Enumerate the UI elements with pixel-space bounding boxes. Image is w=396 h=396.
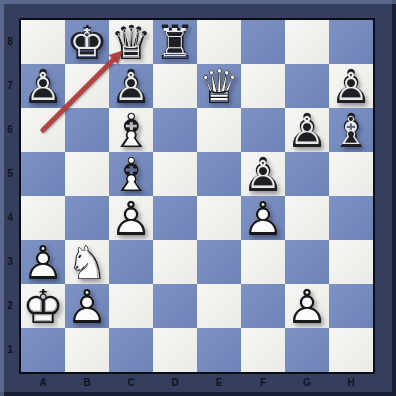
square-f3[interactable] [241,240,285,284]
file-label-G: G [285,373,329,392]
square-a3[interactable]: ♟♙ [21,240,65,284]
black-bishop-glyph-outline: ♗ [333,112,369,148]
square-f5[interactable]: ♟♙ [241,152,285,196]
black-rook-glyph-outline: ♖ [157,24,193,60]
white-pawn-glyph-fill: ♟ [241,196,285,240]
piece-black-pawn[interactable]: ♟♙ [21,64,65,108]
white-pawn-glyph-outline: ♙ [21,240,65,284]
square-b4[interactable] [65,196,109,240]
file-label-D: D [153,373,197,392]
square-b5[interactable] [65,152,109,196]
square-c7[interactable]: ♟♙ [109,64,153,108]
square-e8[interactable] [197,20,241,64]
square-h7[interactable]: ♟♙ [329,64,373,108]
black-pawn-glyph-outline: ♙ [245,156,281,192]
piece-white-pawn[interactable]: ♟♙ [21,240,65,284]
rank-labels: 87654321 [3,20,17,372]
square-a4[interactable] [21,196,65,240]
square-a7[interactable]: ♟♙ [21,64,65,108]
square-f7[interactable] [241,64,285,108]
square-c3[interactable] [109,240,153,284]
square-d4[interactable] [153,196,197,240]
square-h3[interactable] [329,240,373,284]
square-a2[interactable]: ♚♔ [21,284,65,328]
piece-white-pawn[interactable]: ♟♙ [285,284,329,328]
white-queen-glyph-fill: ♛ [197,64,241,108]
square-c6[interactable]: ♝♗ [109,108,153,152]
square-g7[interactable] [285,64,329,108]
square-d5[interactable] [153,152,197,196]
black-queen-glyph-fill: ♛ [109,20,153,64]
square-e5[interactable] [197,152,241,196]
black-bishop-glyph-fill: ♝ [329,108,373,152]
file-label-B: B [65,373,109,392]
white-pawn-glyph-fill: ♟ [109,196,153,240]
board-grid: ♚♔♛♕♜♖♟♙♟♙♛♕♟♙♝♗♟♙♝♗♝♗♟♙♟♙♟♙♟♙♞♘♚♔♟♙♟♙ [21,20,373,372]
piece-white-bishop[interactable]: ♝♗ [109,152,153,196]
square-a8[interactable] [21,20,65,64]
square-h5[interactable] [329,152,373,196]
black-pawn-glyph-outline: ♙ [113,68,149,104]
white-bishop-glyph-outline: ♗ [109,108,153,152]
square-h2[interactable] [329,284,373,328]
file-label-F: F [241,373,285,392]
white-queen-glyph-outline: ♕ [197,64,241,108]
square-a5[interactable] [21,152,65,196]
square-f6[interactable] [241,108,285,152]
square-h4[interactable] [329,196,373,240]
square-d7[interactable] [153,64,197,108]
piece-white-king[interactable]: ♚♔ [21,284,65,328]
white-bishop-glyph-fill: ♝ [109,152,153,196]
square-g1[interactable] [285,328,329,372]
square-e4[interactable] [197,196,241,240]
file-label-E: E [197,373,241,392]
rank-label-5: 5 [3,152,17,196]
black-pawn-glyph-outline: ♙ [333,68,369,104]
rank-label-4: 4 [3,196,17,240]
square-d8[interactable]: ♜♖ [153,20,197,64]
piece-black-bishop[interactable]: ♝♗ [329,108,373,152]
piece-black-pawn[interactable]: ♟♙ [241,152,285,196]
rank-label-2: 2 [3,284,17,328]
file-label-C: C [109,373,153,392]
square-c2[interactable] [109,284,153,328]
piece-black-pawn[interactable]: ♟♙ [109,64,153,108]
black-king-glyph-outline: ♔ [69,24,105,60]
square-f4[interactable]: ♟♙ [241,196,285,240]
square-a6[interactable] [21,108,65,152]
black-pawn-glyph-fill: ♟ [329,64,373,108]
square-b6[interactable] [65,108,109,152]
white-king-glyph-outline: ♔ [21,284,65,328]
white-pawn-glyph-outline: ♙ [65,284,109,328]
black-pawn-glyph-fill: ♟ [285,108,329,152]
black-king-glyph-fill: ♚ [65,20,109,64]
square-c5[interactable]: ♝♗ [109,152,153,196]
square-h8[interactable] [329,20,373,64]
square-h1[interactable] [329,328,373,372]
square-d2[interactable] [153,284,197,328]
black-pawn-glyph-outline: ♙ [25,68,61,104]
piece-white-knight[interactable]: ♞♘ [65,240,109,284]
square-d6[interactable] [153,108,197,152]
chess-board: ♚♔♛♕♜♖♟♙♟♙♛♕♟♙♝♗♟♙♝♗♝♗♟♙♟♙♟♙♟♙♞♘♚♔♟♙♟♙ [19,18,375,374]
white-pawn-glyph-outline: ♙ [241,196,285,240]
file-labels: ABCDEFGH [21,373,373,392]
piece-white-queen[interactable]: ♛♕ [197,64,241,108]
square-e7[interactable]: ♛♕ [197,64,241,108]
square-e6[interactable] [197,108,241,152]
white-bishop-glyph-fill: ♝ [109,108,153,152]
piece-white-bishop[interactable]: ♝♗ [109,108,153,152]
black-pawn-glyph-fill: ♟ [109,64,153,108]
rank-label-6: 6 [3,108,17,152]
file-label-H: H [329,373,373,392]
square-b7[interactable] [65,64,109,108]
square-f1[interactable] [241,328,285,372]
piece-white-pawn[interactable]: ♟♙ [109,196,153,240]
white-pawn-glyph-outline: ♙ [285,284,329,328]
piece-white-pawn[interactable]: ♟♙ [241,196,285,240]
black-pawn-glyph-outline: ♙ [289,112,325,148]
board-frame: 87654321 ♚♔♛♕♜♖♟♙♟♙♛♕♟♙♝♗♟♙♝♗♝♗♟♙♟♙♟♙♟♙♞… [0,0,396,396]
square-e3[interactable] [197,240,241,284]
square-b1[interactable] [65,328,109,372]
square-a1[interactable] [21,328,65,372]
piece-white-pawn[interactable]: ♟♙ [65,284,109,328]
black-pawn-glyph-fill: ♟ [21,64,65,108]
piece-black-queen[interactable]: ♛♕ [109,20,153,64]
piece-black-pawn[interactable]: ♟♙ [285,108,329,152]
rank-label-8: 8 [3,20,17,64]
square-c4[interactable]: ♟♙ [109,196,153,240]
square-b8[interactable]: ♚♔ [65,20,109,64]
file-label-A: A [21,373,65,392]
piece-black-king[interactable]: ♚♔ [65,20,109,64]
black-pawn-glyph-fill: ♟ [241,152,285,196]
white-knight-glyph-outline: ♘ [65,240,109,284]
square-f8[interactable] [241,20,285,64]
square-b2[interactable]: ♟♙ [65,284,109,328]
square-g5[interactable] [285,152,329,196]
square-c1[interactable] [109,328,153,372]
rank-label-3: 3 [3,240,17,284]
square-g6[interactable]: ♟♙ [285,108,329,152]
white-pawn-glyph-outline: ♙ [109,196,153,240]
square-g2[interactable]: ♟♙ [285,284,329,328]
square-e2[interactable] [197,284,241,328]
square-h6[interactable]: ♝♗ [329,108,373,152]
square-b3[interactable]: ♞♘ [65,240,109,284]
rank-label-7: 7 [3,64,17,108]
white-pawn-glyph-fill: ♟ [65,284,109,328]
piece-black-rook[interactable]: ♜♖ [153,20,197,64]
white-pawn-glyph-fill: ♟ [285,284,329,328]
black-queen-glyph-outline: ♕ [113,24,149,60]
black-rook-glyph-fill: ♜ [153,20,197,64]
square-d1[interactable] [153,328,197,372]
white-knight-glyph-fill: ♞ [65,240,109,284]
piece-black-pawn[interactable]: ♟♙ [329,64,373,108]
white-bishop-glyph-outline: ♗ [109,152,153,196]
square-d3[interactable] [153,240,197,284]
square-e1[interactable] [197,328,241,372]
square-g3[interactable] [285,240,329,284]
square-g4[interactable] [285,196,329,240]
square-f2[interactable] [241,284,285,328]
square-c8[interactable]: ♛♕ [109,20,153,64]
white-king-glyph-fill: ♚ [21,284,65,328]
rank-label-1: 1 [3,328,17,372]
white-pawn-glyph-fill: ♟ [21,240,65,284]
square-g8[interactable] [285,20,329,64]
